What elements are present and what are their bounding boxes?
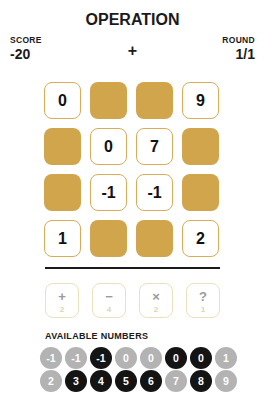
number-token[interactable]: 1: [215, 347, 237, 369]
multiply-operator-button[interactable]: × 2: [139, 283, 173, 318]
plus-icon: +: [58, 290, 66, 303]
grid-cell[interactable]: 0: [90, 128, 127, 165]
grid-cell[interactable]: [136, 220, 173, 257]
grid-cell[interactable]: [136, 82, 173, 119]
number-token[interactable]: 0: [190, 347, 212, 369]
grid-cell[interactable]: -1: [136, 174, 173, 211]
cell-value: 0: [104, 138, 113, 156]
number-token[interactable]: 9: [215, 370, 237, 392]
number-token[interactable]: 0: [165, 347, 187, 369]
question-icon: ?: [199, 290, 207, 303]
multiply-icon: ×: [152, 290, 160, 303]
grid-cell[interactable]: [90, 220, 127, 257]
number-token[interactable]: 6: [140, 370, 162, 392]
cell-value: 0: [58, 92, 67, 110]
grid-cell[interactable]: [44, 174, 81, 211]
cell-value: 1: [58, 230, 67, 248]
cell-value: 7: [150, 138, 159, 156]
plus-remaining-count: 2: [60, 305, 64, 314]
grid-cell[interactable]: 2: [182, 220, 219, 257]
cell-value: -1: [101, 184, 115, 202]
minus-operator-button[interactable]: − 4: [92, 283, 126, 318]
minus-icon: −: [105, 290, 113, 303]
number-token[interactable]: 8: [190, 370, 212, 392]
available-numbers-tray: -1 -1 -1 0 0 0 0 1 2 3 4 5 6 7 8 9: [40, 347, 237, 393]
grid-cell[interactable]: 9: [182, 82, 219, 119]
cell-value: 9: [196, 92, 205, 110]
token-row-2: 2 3 4 5 6 7 8 9: [40, 370, 237, 392]
number-token[interactable]: -1: [40, 347, 62, 369]
round-block: ROUND 1/1: [222, 35, 255, 62]
puzzle-board: 0 9 0 7 -1 -1 1 2: [44, 82, 219, 257]
token-row-1: -1 -1 -1 0 0 0 0 1: [40, 347, 237, 369]
grid-cell[interactable]: [182, 174, 219, 211]
plus-operator-button[interactable]: + 2: [45, 283, 79, 318]
number-token[interactable]: 4: [90, 370, 112, 392]
number-token[interactable]: 3: [65, 370, 87, 392]
grid-cell[interactable]: [44, 128, 81, 165]
number-token[interactable]: -1: [90, 347, 112, 369]
cell-value: 2: [196, 230, 205, 248]
number-token[interactable]: 0: [115, 347, 137, 369]
wildcard-remaining-count: 1: [201, 305, 205, 314]
available-numbers-label: AVAILABLE NUMBERS: [45, 331, 148, 341]
grid-cell[interactable]: -1: [90, 174, 127, 211]
minus-remaining-count: 4: [107, 305, 111, 314]
number-token[interactable]: 7: [165, 370, 187, 392]
number-token[interactable]: 5: [115, 370, 137, 392]
wildcard-operator-button[interactable]: ? 1: [186, 283, 220, 318]
page-title: OPERATION: [0, 11, 265, 29]
cell-value: -1: [147, 184, 161, 202]
round-label: ROUND: [222, 35, 255, 45]
grid-cell[interactable]: 0: [44, 82, 81, 119]
number-token[interactable]: -1: [65, 347, 87, 369]
grid-cell[interactable]: [90, 82, 127, 119]
multiply-remaining-count: 2: [154, 305, 158, 314]
grid-cell[interactable]: [182, 128, 219, 165]
grid-cell[interactable]: 1: [44, 220, 81, 257]
number-token[interactable]: 2: [40, 370, 62, 392]
grid-cell[interactable]: 7: [136, 128, 173, 165]
operator-bar: + 2 − 4 × 2 ? 1: [45, 283, 220, 318]
round-value: 1/1: [222, 46, 255, 62]
divider-line: [45, 267, 220, 269]
number-token[interactable]: 0: [140, 347, 162, 369]
